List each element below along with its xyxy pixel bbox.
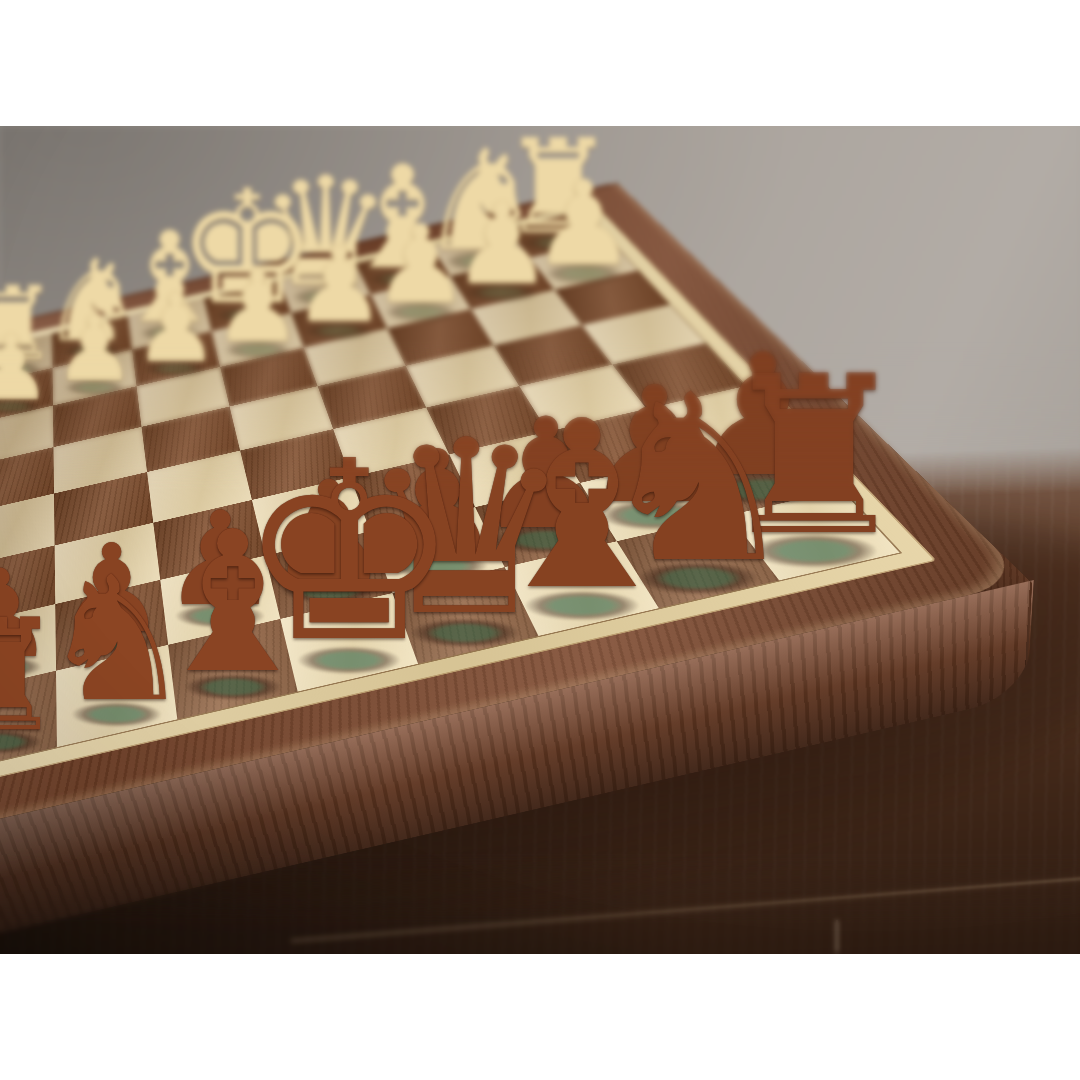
white-pawn[interactable]: ♟ xyxy=(213,257,302,357)
letterbox-bottom xyxy=(0,954,1080,1080)
white-pawn[interactable]: ♟ xyxy=(133,280,218,375)
photo-area: ♜♞♝♚♛♝♞♜♟♟♟♟♟♟♟♟♟♟♟♟♟♟♟♟♜♞♝♚♛♝♞♜ xyxy=(0,126,1080,954)
letterbox-top xyxy=(0,0,1080,126)
white-pawn[interactable]: ♟ xyxy=(54,303,135,394)
black-rook[interactable]: ♜ xyxy=(0,598,66,752)
white-pawn[interactable]: ♟ xyxy=(372,211,469,319)
white-pawn[interactable]: ♟ xyxy=(0,323,52,413)
pieces-layer: ♜♞♝♚♛♝♞♜♟♟♟♟♟♟♟♟♟♟♟♟♟♟♟♟♜♞♝♚♛♝♞♜ xyxy=(0,126,1080,954)
white-pawn[interactable]: ♟ xyxy=(293,234,386,338)
photo-canvas: ♜♞♝♚♛♝♞♜♟♟♟♟♟♟♟♟♟♟♟♟♟♟♟♟♜♞♝♚♛♝♞♜ xyxy=(0,0,1080,1080)
